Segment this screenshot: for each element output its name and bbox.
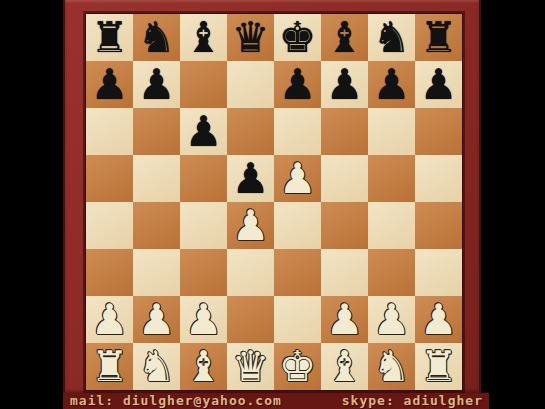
square-h6[interactable] bbox=[415, 108, 462, 155]
square-c1[interactable]: ♝ bbox=[180, 343, 227, 390]
square-e7[interactable]: ♟ bbox=[274, 61, 321, 108]
square-h7[interactable]: ♟ bbox=[415, 61, 462, 108]
piece-black-bishop: ♝ bbox=[326, 14, 364, 61]
piece-black-rook: ♜ bbox=[420, 14, 458, 61]
piece-black-knight: ♞ bbox=[138, 14, 176, 61]
piece-white-pawn: ♟ bbox=[138, 296, 176, 343]
piece-black-pawn: ♟ bbox=[185, 108, 223, 155]
piece-white-pawn: ♟ bbox=[185, 296, 223, 343]
piece-black-pawn: ♟ bbox=[326, 61, 364, 108]
square-g8[interactable]: ♞ bbox=[368, 14, 415, 61]
square-g4[interactable] bbox=[368, 202, 415, 249]
piece-black-pawn: ♟ bbox=[279, 61, 317, 108]
square-e6[interactable] bbox=[274, 108, 321, 155]
piece-black-pawn: ♟ bbox=[232, 155, 270, 202]
square-f8[interactable]: ♝ bbox=[321, 14, 368, 61]
square-f5[interactable] bbox=[321, 155, 368, 202]
square-b2[interactable]: ♟ bbox=[133, 296, 180, 343]
square-h3[interactable] bbox=[415, 249, 462, 296]
square-h1[interactable]: ♜ bbox=[415, 343, 462, 390]
square-f2[interactable]: ♟ bbox=[321, 296, 368, 343]
square-c5[interactable] bbox=[180, 155, 227, 202]
piece-white-bishop: ♝ bbox=[185, 343, 223, 390]
square-h5[interactable] bbox=[415, 155, 462, 202]
square-e5[interactable]: ♟ bbox=[274, 155, 321, 202]
square-b5[interactable] bbox=[133, 155, 180, 202]
piece-white-knight: ♞ bbox=[138, 343, 176, 390]
piece-white-pawn: ♟ bbox=[326, 296, 364, 343]
square-f3[interactable] bbox=[321, 249, 368, 296]
square-b8[interactable]: ♞ bbox=[133, 14, 180, 61]
square-g3[interactable] bbox=[368, 249, 415, 296]
square-d7[interactable] bbox=[227, 61, 274, 108]
square-b6[interactable] bbox=[133, 108, 180, 155]
piece-black-queen: ♛ bbox=[232, 14, 270, 61]
square-e1[interactable]: ♚ bbox=[274, 343, 321, 390]
piece-black-pawn: ♟ bbox=[138, 61, 176, 108]
square-c7[interactable] bbox=[180, 61, 227, 108]
square-e4[interactable] bbox=[274, 202, 321, 249]
square-a6[interactable] bbox=[86, 108, 133, 155]
square-a2[interactable]: ♟ bbox=[86, 296, 133, 343]
square-d3[interactable] bbox=[227, 249, 274, 296]
square-h4[interactable] bbox=[415, 202, 462, 249]
piece-white-pawn: ♟ bbox=[232, 202, 270, 249]
square-b1[interactable]: ♞ bbox=[133, 343, 180, 390]
square-a1[interactable]: ♜ bbox=[86, 343, 133, 390]
piece-black-pawn: ♟ bbox=[91, 61, 129, 108]
square-b3[interactable] bbox=[133, 249, 180, 296]
square-c4[interactable] bbox=[180, 202, 227, 249]
square-h2[interactable]: ♟ bbox=[415, 296, 462, 343]
piece-black-king: ♚ bbox=[279, 14, 317, 61]
square-a5[interactable] bbox=[86, 155, 133, 202]
square-a8[interactable]: ♜ bbox=[86, 14, 133, 61]
square-g1[interactable]: ♞ bbox=[368, 343, 415, 390]
piece-white-king: ♚ bbox=[279, 343, 317, 390]
piece-black-rook: ♜ bbox=[91, 14, 129, 61]
piece-white-pawn: ♟ bbox=[420, 296, 458, 343]
square-f7[interactable]: ♟ bbox=[321, 61, 368, 108]
square-b4[interactable] bbox=[133, 202, 180, 249]
piece-white-pawn: ♟ bbox=[91, 296, 129, 343]
piece-white-bishop: ♝ bbox=[326, 343, 364, 390]
square-c3[interactable] bbox=[180, 249, 227, 296]
piece-white-knight: ♞ bbox=[373, 343, 411, 390]
contact-bar: mail: diulgher@yahoo.com skype: adiulghe… bbox=[63, 393, 489, 409]
square-e2[interactable] bbox=[274, 296, 321, 343]
piece-black-knight: ♞ bbox=[373, 14, 411, 61]
square-d4[interactable]: ♟ bbox=[227, 202, 274, 249]
square-f1[interactable]: ♝ bbox=[321, 343, 368, 390]
piece-black-bishop: ♝ bbox=[185, 14, 223, 61]
square-g5[interactable] bbox=[368, 155, 415, 202]
square-g6[interactable] bbox=[368, 108, 415, 155]
square-g2[interactable]: ♟ bbox=[368, 296, 415, 343]
piece-white-pawn: ♟ bbox=[279, 155, 317, 202]
square-d6[interactable] bbox=[227, 108, 274, 155]
square-h8[interactable]: ♜ bbox=[415, 14, 462, 61]
square-b7[interactable]: ♟ bbox=[133, 61, 180, 108]
square-d2[interactable] bbox=[227, 296, 274, 343]
square-e8[interactable]: ♚ bbox=[274, 14, 321, 61]
square-d1[interactable]: ♛ bbox=[227, 343, 274, 390]
square-e3[interactable] bbox=[274, 249, 321, 296]
piece-black-pawn: ♟ bbox=[420, 61, 458, 108]
square-c6[interactable]: ♟ bbox=[180, 108, 227, 155]
square-f4[interactable] bbox=[321, 202, 368, 249]
square-a4[interactable] bbox=[86, 202, 133, 249]
square-g7[interactable]: ♟ bbox=[368, 61, 415, 108]
square-c8[interactable]: ♝ bbox=[180, 14, 227, 61]
square-a7[interactable]: ♟ bbox=[86, 61, 133, 108]
square-c2[interactable]: ♟ bbox=[180, 296, 227, 343]
square-d8[interactable]: ♛ bbox=[227, 14, 274, 61]
chess-board: ♜♞♝♛♚♝♞♜♟♟♟♟♟♟♟♟♟♟♟♟♟♟♟♟♜♞♝♛♚♝♞♜ bbox=[85, 13, 463, 391]
piece-white-queen: ♛ bbox=[232, 343, 270, 390]
video-frame: ♜♞♝♛♚♝♞♜♟♟♟♟♟♟♟♟♟♟♟♟♟♟♟♟♜♞♝♛♚♝♞♜ mail: d… bbox=[0, 0, 545, 409]
square-d5[interactable]: ♟ bbox=[227, 155, 274, 202]
piece-white-rook: ♜ bbox=[420, 343, 458, 390]
skype-text: skype: adiulgher bbox=[342, 393, 483, 409]
mail-text: mail: diulgher@yahoo.com bbox=[70, 393, 282, 409]
piece-black-pawn: ♟ bbox=[373, 61, 411, 108]
square-a3[interactable] bbox=[86, 249, 133, 296]
square-f6[interactable] bbox=[321, 108, 368, 155]
piece-white-rook: ♜ bbox=[91, 343, 129, 390]
piece-white-pawn: ♟ bbox=[373, 296, 411, 343]
